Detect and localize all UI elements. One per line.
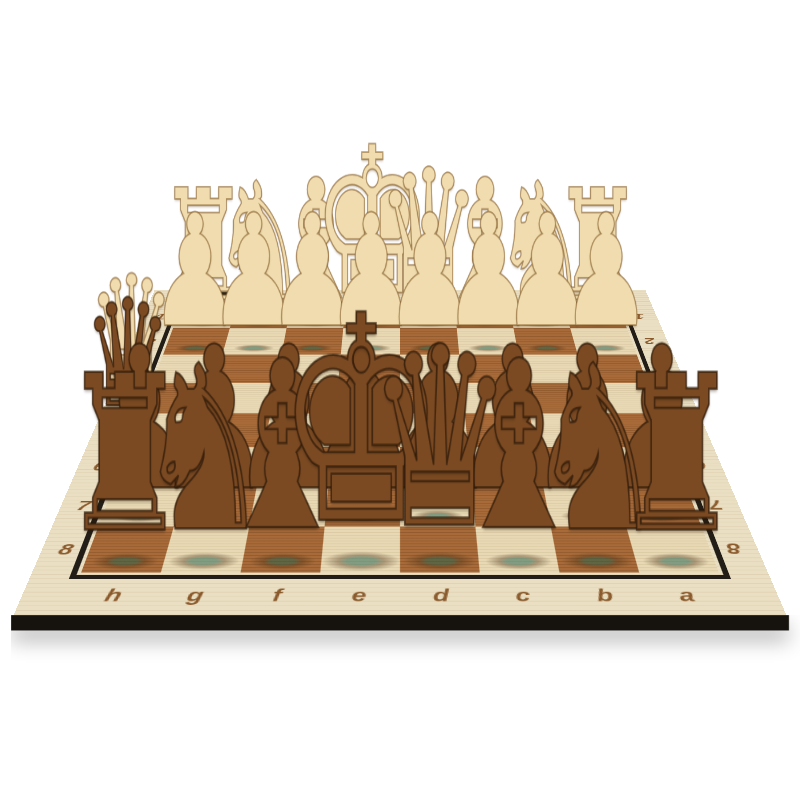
- piece-black-rook-a8[interactable]: ♜: [612, 348, 740, 564]
- chess-photo-scene: h11g22f33e44d55c66b77a88 ♜♞♝♚♛♝♞♜♟♟♟♟♟♟♟…: [0, 0, 800, 800]
- board-edge-rim: [11, 615, 789, 630]
- chess-board: h11g22f33e44d55c66b77a88 ♜♞♝♚♛♝♞♜♟♟♟♟♟♟♟…: [14, 290, 787, 615]
- pieces-layer: ♜♞♝♚♛♝♞♜♟♟♟♟♟♟♟♟♟♟♟♟♟♟♟♟♜♞♝♚♛♝♞♜♛♛: [14, 290, 787, 615]
